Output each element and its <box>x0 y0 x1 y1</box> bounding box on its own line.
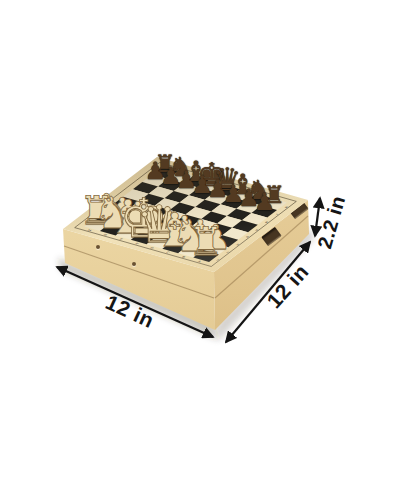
width-label: 12 in <box>102 290 157 332</box>
depth-label: 12 in <box>262 260 313 313</box>
dimension-overlay: 12 in 12 in 2.2 in <box>0 0 400 488</box>
product-image: HGFEDCBA 12345678 ♜♞♝♚♛♝♞♜♟♟♟♟♟♟♟♟♟♟♟♟♟♟… <box>0 0 400 488</box>
box-seam-left <box>64 246 214 298</box>
